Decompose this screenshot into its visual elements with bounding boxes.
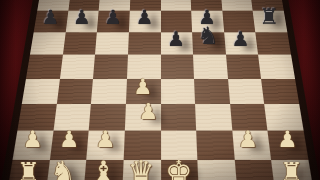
white-pawn-c2[interactable]: ♟ bbox=[95, 128, 115, 151]
black-pawn-g6[interactable]: ♟ bbox=[231, 29, 249, 49]
square-g1[interactable] bbox=[234, 159, 275, 180]
white-pawn-a2[interactable]: ♟ bbox=[23, 128, 43, 151]
square-b6[interactable] bbox=[62, 32, 96, 54]
white-queen-d1[interactable]: ♛ bbox=[128, 156, 155, 180]
black-knight-f6[interactable]: ♞ bbox=[197, 25, 218, 49]
square-h5[interactable] bbox=[258, 54, 295, 78]
black-pawn-c7[interactable]: ♟ bbox=[104, 7, 121, 27]
white-rook-h1[interactable]: ♜ bbox=[280, 160, 303, 180]
square-f1[interactable] bbox=[197, 159, 237, 180]
square-f4[interactable] bbox=[194, 78, 230, 103]
square-c5[interactable] bbox=[93, 54, 128, 78]
square-c4[interactable] bbox=[91, 78, 127, 103]
square-h4[interactable] bbox=[261, 78, 299, 103]
square-e3[interactable] bbox=[160, 103, 196, 130]
black-pawn-e6[interactable]: ♟ bbox=[167, 29, 185, 49]
square-a6[interactable] bbox=[29, 32, 64, 54]
square-b4[interactable] bbox=[56, 78, 93, 103]
square-g4[interactable] bbox=[227, 78, 264, 103]
square-a4[interactable] bbox=[21, 78, 59, 103]
white-knight-b1[interactable]: ♞ bbox=[50, 158, 75, 180]
square-g5[interactable] bbox=[225, 54, 261, 78]
square-a5[interactable] bbox=[26, 54, 63, 78]
white-pawn-d4[interactable]: ♟ bbox=[133, 75, 152, 96]
square-b5[interactable] bbox=[59, 54, 95, 78]
white-pawn-g2[interactable]: ♟ bbox=[238, 128, 258, 151]
square-d6[interactable] bbox=[127, 32, 160, 54]
square-g8[interactable] bbox=[220, 0, 252, 10]
square-e5[interactable] bbox=[160, 54, 194, 78]
square-e8[interactable] bbox=[160, 0, 191, 10]
black-pawn-d7[interactable]: ♟ bbox=[136, 7, 153, 27]
square-h6[interactable] bbox=[255, 32, 290, 54]
white-king-e1[interactable]: ♚ bbox=[165, 156, 192, 180]
black-pawn-a7[interactable]: ♟ bbox=[42, 7, 59, 27]
black-pawn-b7[interactable]: ♟ bbox=[73, 7, 90, 27]
white-pawn-d3[interactable]: ♟ bbox=[139, 101, 159, 123]
square-f5[interactable] bbox=[193, 54, 228, 78]
white-pawn-b2[interactable]: ♟ bbox=[59, 128, 79, 151]
square-e4[interactable] bbox=[160, 78, 195, 103]
chess-app-screen: ♟♟♟♟♟♜♟♞♟♟♟♟♟♟♟♟♜♞♝♛♚♜ bbox=[0, 0, 320, 180]
white-bishop-c1[interactable]: ♝ bbox=[91, 158, 116, 180]
black-rook-h7[interactable]: ♜ bbox=[260, 6, 279, 27]
square-f2[interactable] bbox=[196, 130, 234, 159]
square-f3[interactable] bbox=[195, 103, 232, 130]
white-rook-a1[interactable]: ♜ bbox=[17, 160, 40, 180]
square-c6[interactable] bbox=[95, 32, 129, 54]
white-pawn-h2[interactable]: ♟ bbox=[277, 128, 297, 151]
